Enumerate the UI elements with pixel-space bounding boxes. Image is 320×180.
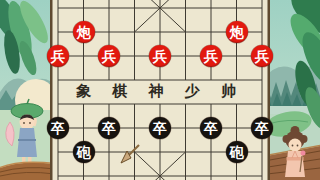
piece-black-soldier[interactable]: 卒 (149, 117, 171, 139)
piece-red-soldier[interactable]: 兵 (200, 45, 222, 67)
river-char: 神 (149, 84, 164, 99)
river-char: 帅 (221, 84, 236, 99)
piece-black-cannon[interactable]: 砲 (73, 141, 95, 163)
pink-flower (301, 151, 306, 156)
piece-red-cannon[interactable]: 炮 (73, 21, 95, 43)
piece-red-soldier[interactable]: 兵 (251, 45, 273, 67)
wooden-boat-left (0, 162, 55, 180)
piece-black-soldier[interactable]: 卒 (251, 117, 273, 139)
piece-black-soldier[interactable]: 卒 (98, 117, 120, 139)
video-frame: 象 棋 神 少 帅 炮炮兵兵兵兵兵卒卒卒卒卒砲砲 (0, 0, 320, 180)
river-char: 少 (185, 84, 200, 99)
piece-red-soldier[interactable]: 兵 (47, 45, 69, 67)
arrow-pointer-icon (117, 142, 143, 166)
river-char: 棋 (112, 84, 127, 99)
piece-red-cannon[interactable]: 炮 (226, 21, 248, 43)
piece-black-soldier[interactable]: 卒 (47, 117, 69, 139)
piece-black-cannon[interactable]: 砲 (226, 141, 248, 163)
piece-black-soldier[interactable]: 卒 (200, 117, 222, 139)
river-watermark: 象 棋 神 少 帅 (76, 81, 236, 101)
river-char: 象 (76, 84, 91, 99)
piece-red-soldier[interactable]: 兵 (98, 45, 120, 67)
piece-red-soldier[interactable]: 兵 (149, 45, 171, 67)
